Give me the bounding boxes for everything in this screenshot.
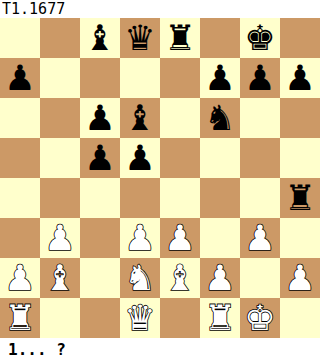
square-f6[interactable]: ♞ (200, 98, 240, 138)
square-f3[interactable] (200, 218, 240, 258)
task-number-label: T1.1677 (2, 2, 65, 17)
square-c3[interactable] (80, 218, 120, 258)
square-h3[interactable] (280, 218, 320, 258)
square-b7[interactable] (40, 58, 80, 98)
piece-black-pawn[interactable]: ♟ (124, 138, 155, 178)
square-a4[interactable] (0, 178, 40, 218)
square-c1[interactable] (80, 298, 120, 338)
square-e1[interactable] (160, 298, 200, 338)
square-h5[interactable] (280, 138, 320, 178)
piece-black-rook[interactable]: ♜ (164, 18, 195, 58)
move-prompt-label: 1... ? (8, 340, 66, 359)
square-d4[interactable] (120, 178, 160, 218)
square-h7[interactable]: ♟ (280, 58, 320, 98)
square-g1[interactable]: ♚ (240, 298, 280, 338)
piece-black-pawn[interactable]: ♟ (204, 58, 235, 98)
piece-white-pawn[interactable]: ♟ (4, 258, 35, 298)
piece-black-bishop[interactable]: ♝ (124, 98, 155, 138)
square-f1[interactable]: ♜ (200, 298, 240, 338)
square-a8[interactable] (0, 18, 40, 58)
square-b6[interactable] (40, 98, 80, 138)
piece-white-pawn[interactable]: ♟ (244, 218, 275, 258)
move-prompt-bar: 1... ? (0, 338, 320, 360)
square-e3[interactable]: ♟ (160, 218, 200, 258)
square-c4[interactable] (80, 178, 120, 218)
piece-white-pawn[interactable]: ♟ (164, 218, 195, 258)
square-g6[interactable] (240, 98, 280, 138)
piece-black-queen[interactable]: ♛ (124, 18, 155, 58)
piece-white-pawn[interactable]: ♟ (44, 218, 75, 258)
piece-white-pawn[interactable]: ♟ (204, 258, 235, 298)
piece-white-rook[interactable]: ♜ (4, 298, 35, 338)
square-e5[interactable] (160, 138, 200, 178)
square-a3[interactable] (0, 218, 40, 258)
piece-white-king[interactable]: ♚ (244, 298, 275, 338)
square-a7[interactable]: ♟ (0, 58, 40, 98)
square-h4[interactable]: ♜ (280, 178, 320, 218)
square-f5[interactable] (200, 138, 240, 178)
square-f8[interactable] (200, 18, 240, 58)
square-g4[interactable] (240, 178, 280, 218)
piece-white-queen[interactable]: ♛ (124, 298, 155, 338)
square-d1[interactable]: ♛ (120, 298, 160, 338)
piece-black-bishop[interactable]: ♝ (84, 18, 115, 58)
square-g8[interactable]: ♚ (240, 18, 280, 58)
square-g7[interactable]: ♟ (240, 58, 280, 98)
square-c7[interactable] (80, 58, 120, 98)
tactics-trainer-window: T1.1677 ♝♛♜♚♟♟♟♟♟♝♞♟♟♜♟♟♟♟♟♝♞♝♟♟♜♛♜♚ 1..… (0, 0, 320, 360)
square-c6[interactable]: ♟ (80, 98, 120, 138)
square-d7[interactable] (120, 58, 160, 98)
square-g5[interactable] (240, 138, 280, 178)
square-h6[interactable] (280, 98, 320, 138)
piece-black-pawn[interactable]: ♟ (244, 58, 275, 98)
piece-white-rook[interactable]: ♜ (204, 298, 235, 338)
piece-black-pawn[interactable]: ♟ (4, 58, 35, 98)
square-e6[interactable] (160, 98, 200, 138)
task-header: T1.1677 (0, 0, 320, 18)
square-f7[interactable]: ♟ (200, 58, 240, 98)
square-b4[interactable] (40, 178, 80, 218)
piece-white-bishop[interactable]: ♝ (44, 258, 75, 298)
piece-black-king[interactable]: ♚ (244, 18, 275, 58)
square-f4[interactable] (200, 178, 240, 218)
square-d3[interactable]: ♟ (120, 218, 160, 258)
piece-black-pawn[interactable]: ♟ (84, 98, 115, 138)
square-d2[interactable]: ♞ (120, 258, 160, 298)
piece-white-pawn[interactable]: ♟ (284, 258, 315, 298)
square-b3[interactable]: ♟ (40, 218, 80, 258)
square-d5[interactable]: ♟ (120, 138, 160, 178)
square-e4[interactable] (160, 178, 200, 218)
square-h8[interactable] (280, 18, 320, 58)
square-f2[interactable]: ♟ (200, 258, 240, 298)
square-e8[interactable]: ♜ (160, 18, 200, 58)
square-e2[interactable]: ♝ (160, 258, 200, 298)
square-h2[interactable]: ♟ (280, 258, 320, 298)
square-e7[interactable] (160, 58, 200, 98)
square-c8[interactable]: ♝ (80, 18, 120, 58)
piece-black-rook[interactable]: ♜ (284, 178, 315, 218)
piece-black-pawn[interactable]: ♟ (84, 138, 115, 178)
square-g2[interactable] (240, 258, 280, 298)
piece-white-pawn[interactable]: ♟ (124, 218, 155, 258)
square-d8[interactable]: ♛ (120, 18, 160, 58)
square-a2[interactable]: ♟ (0, 258, 40, 298)
square-b8[interactable] (40, 18, 80, 58)
square-b1[interactable] (40, 298, 80, 338)
chess-board[interactable]: ♝♛♜♚♟♟♟♟♟♝♞♟♟♜♟♟♟♟♟♝♞♝♟♟♜♛♜♚ (0, 18, 320, 338)
piece-white-knight[interactable]: ♞ (124, 258, 155, 298)
square-a5[interactable] (0, 138, 40, 178)
piece-white-bishop[interactable]: ♝ (164, 258, 195, 298)
square-a6[interactable] (0, 98, 40, 138)
square-b5[interactable] (40, 138, 80, 178)
square-b2[interactable]: ♝ (40, 258, 80, 298)
square-d6[interactable]: ♝ (120, 98, 160, 138)
square-c5[interactable]: ♟ (80, 138, 120, 178)
square-a1[interactable]: ♜ (0, 298, 40, 338)
square-h1[interactable] (280, 298, 320, 338)
square-g3[interactable]: ♟ (240, 218, 280, 258)
piece-black-knight[interactable]: ♞ (204, 98, 235, 138)
piece-black-pawn[interactable]: ♟ (284, 58, 315, 98)
square-c2[interactable] (80, 258, 120, 298)
